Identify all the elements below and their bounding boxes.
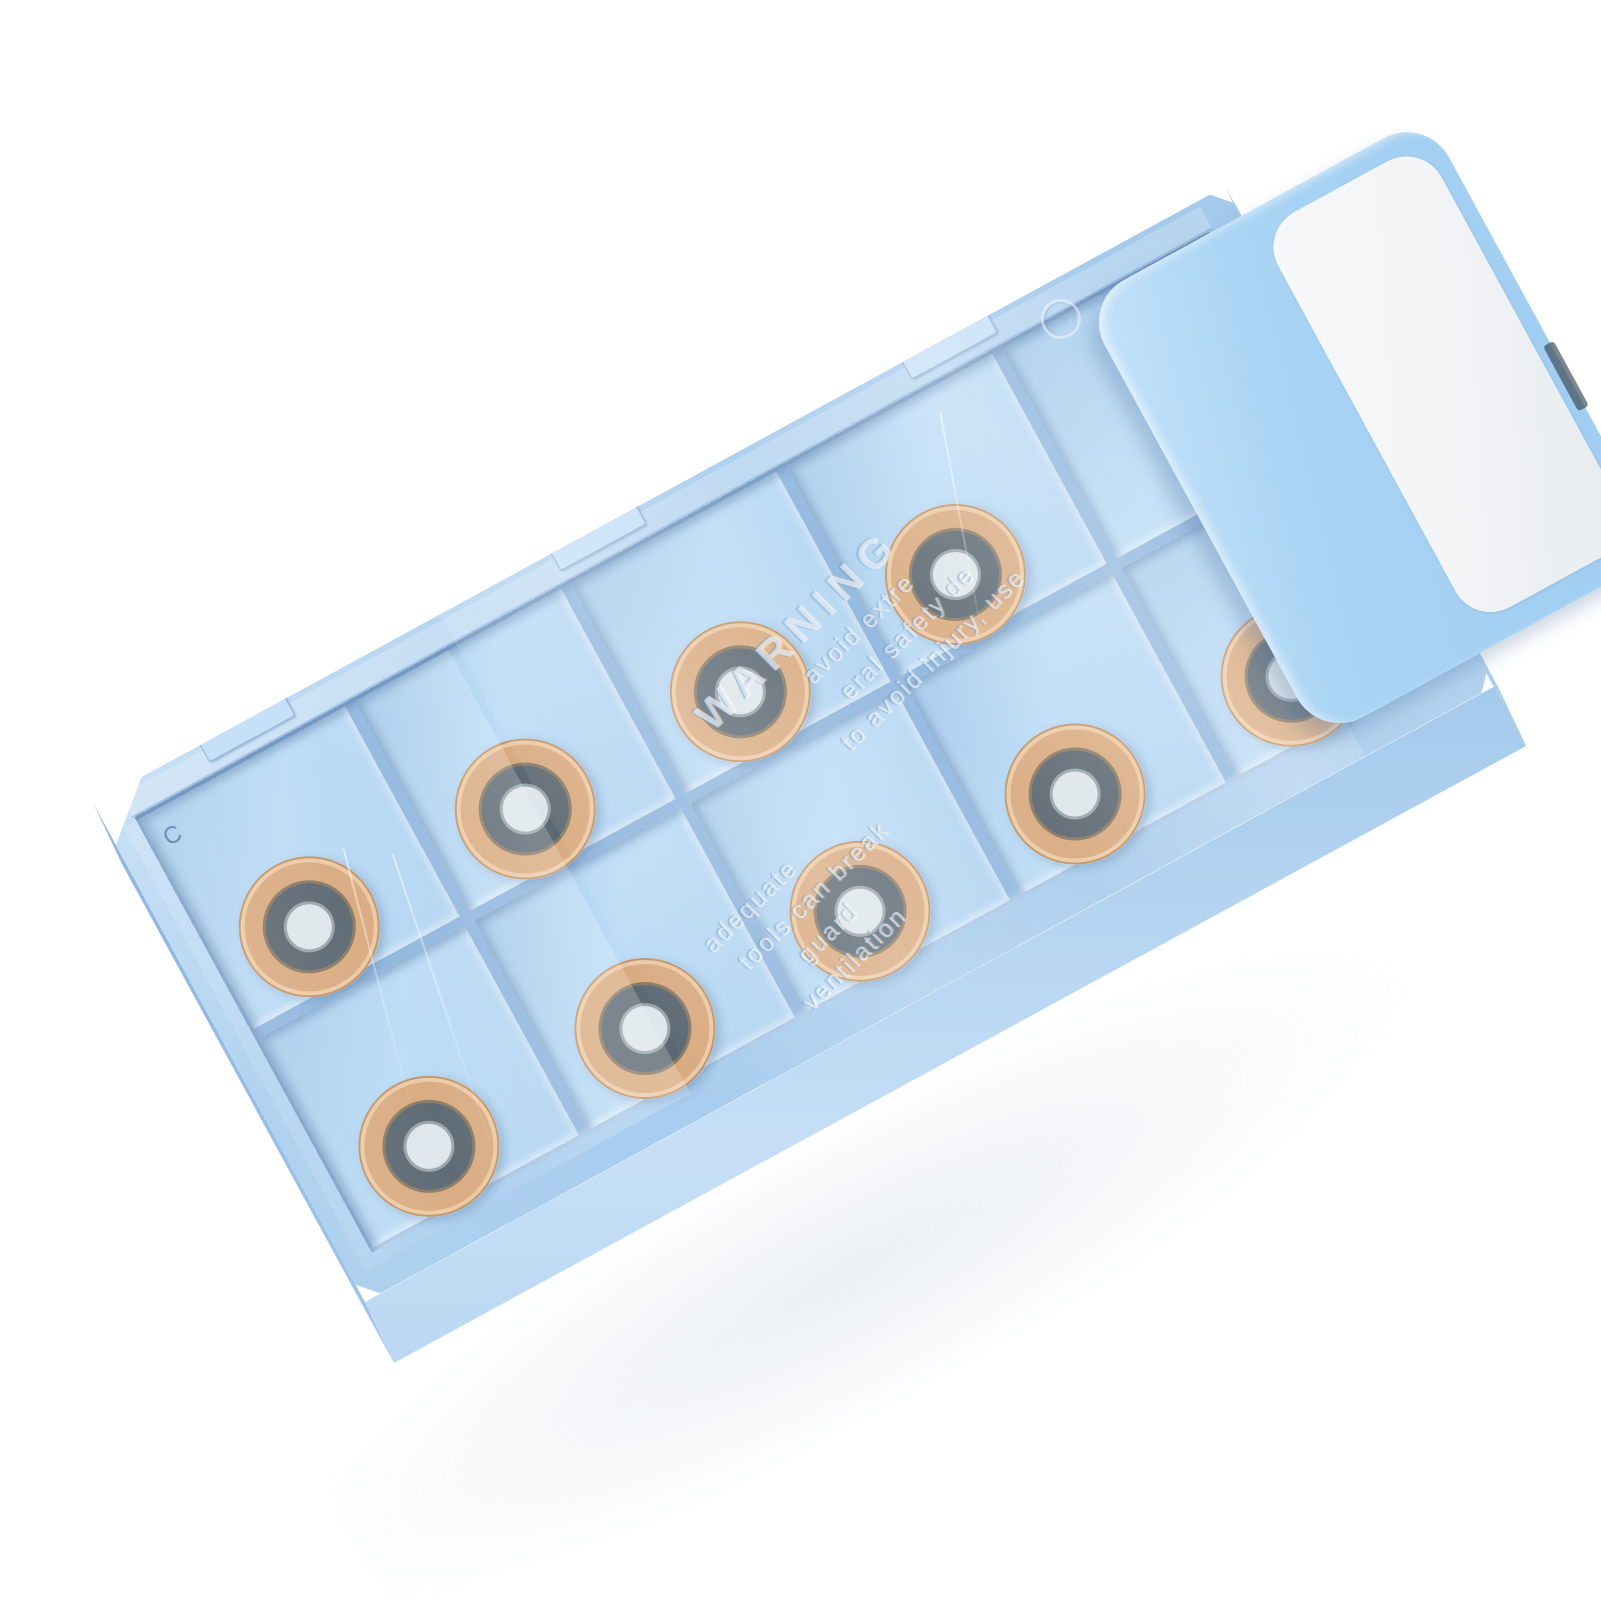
- product-photo: WARNING avoid extre eral safety de to av…: [0, 0, 1601, 1601]
